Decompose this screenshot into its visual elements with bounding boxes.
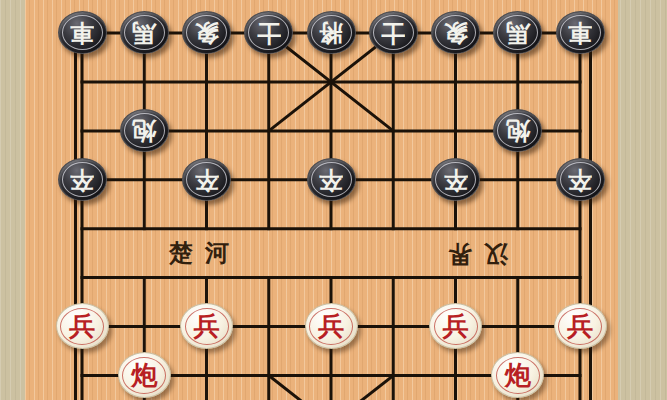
red-soldier-7[interactable]: 兵 — [429, 303, 482, 349]
black-advisor-4[interactable]: 士 — [244, 11, 293, 54]
piece-glyph: 士 — [257, 21, 281, 45]
piece-glyph: 兵 — [69, 313, 95, 339]
piece-glyph: 炮 — [131, 362, 157, 388]
black-elephant-7[interactable]: 象 — [431, 11, 480, 54]
piece-glyph: 卒 — [444, 168, 468, 192]
piece-glyph: 兵 — [318, 313, 344, 339]
piece-glyph: 車 — [70, 21, 94, 45]
piece-glyph: 炮 — [132, 119, 156, 143]
piece-glyph: 將 — [319, 21, 343, 45]
black-advisor-6[interactable]: 士 — [369, 11, 418, 54]
black-chariot-9[interactable]: 車 — [556, 11, 605, 54]
piece-glyph: 卒 — [568, 168, 592, 192]
piece-glyph: 兵 — [194, 313, 220, 339]
piece-glyph: 炮 — [505, 362, 531, 388]
piece-glyph: 兵 — [443, 313, 469, 339]
red-cannon-8[interactable]: 炮 — [491, 352, 544, 398]
black-soldier-7[interactable]: 卒 — [431, 158, 480, 201]
black-chariot-1[interactable]: 車 — [58, 11, 107, 54]
black-general-5[interactable]: 將 — [307, 11, 356, 54]
xiangqi-app-screen: 楚河 汉界 車馬象士將士象馬車炮炮卒卒卒卒卒兵兵兵兵兵炮炮 — [0, 0, 667, 400]
piece-glyph: 卒 — [319, 168, 343, 192]
black-elephant-3[interactable]: 象 — [182, 11, 231, 54]
piece-glyph: 象 — [195, 21, 219, 45]
red-soldier-1[interactable]: 兵 — [56, 303, 109, 349]
black-soldier-9[interactable]: 卒 — [556, 158, 605, 201]
river-label-left: 楚河 — [169, 237, 241, 269]
piece-glyph: 士 — [381, 21, 405, 45]
piece-glyph: 車 — [568, 21, 592, 45]
black-horse-8[interactable]: 馬 — [493, 11, 542, 54]
river-label-right: 汉界 — [436, 238, 508, 270]
piece-glyph: 卒 — [195, 168, 219, 192]
piece-glyph: 兵 — [567, 313, 593, 339]
black-soldier-3[interactable]: 卒 — [182, 158, 231, 201]
black-horse-2[interactable]: 馬 — [120, 11, 169, 54]
black-soldier-1[interactable]: 卒 — [58, 158, 107, 201]
piece-glyph: 馬 — [506, 21, 530, 45]
piece-glyph: 馬 — [132, 21, 156, 45]
red-soldier-3[interactable]: 兵 — [180, 303, 233, 349]
red-soldier-9[interactable]: 兵 — [554, 303, 607, 349]
black-cannon-8[interactable]: 炮 — [493, 109, 542, 152]
piece-glyph: 象 — [444, 21, 468, 45]
red-cannon-2[interactable]: 炮 — [118, 352, 171, 398]
black-soldier-5[interactable]: 卒 — [307, 158, 356, 201]
black-cannon-2[interactable]: 炮 — [120, 109, 169, 152]
piece-glyph: 卒 — [70, 168, 94, 192]
piece-glyph: 炮 — [506, 119, 530, 143]
red-soldier-5[interactable]: 兵 — [305, 303, 358, 349]
xiangqi-board: 車馬象士將士象馬車炮炮卒卒卒卒卒兵兵兵兵兵炮炮 — [51, 9, 611, 400]
